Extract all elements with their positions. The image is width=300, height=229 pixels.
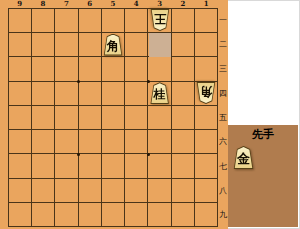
- board-cell[interactable]: [79, 179, 101, 202]
- board-cell[interactable]: [32, 179, 54, 202]
- board-cell[interactable]: [125, 179, 147, 202]
- piece-kanji: 金: [233, 146, 254, 169]
- piece-kanji: 桂: [150, 82, 170, 104]
- file-label: 3: [148, 0, 171, 8]
- board-cell[interactable]: [55, 57, 77, 80]
- board-cell[interactable]: [9, 33, 31, 56]
- board-cell[interactable]: [125, 106, 147, 129]
- board-cell[interactable]: [195, 154, 217, 177]
- board-cell[interactable]: [79, 9, 101, 32]
- file-labels: 987654321: [8, 0, 218, 8]
- board-cell[interactable]: [195, 57, 217, 80]
- board-cell[interactable]: [102, 82, 124, 105]
- board-cell[interactable]: [172, 179, 194, 202]
- board-cell[interactable]: [79, 154, 101, 177]
- board-cell[interactable]: [32, 130, 54, 153]
- rank-labels: 一二三四五六七八九: [218, 8, 228, 227]
- piece-kanji: 角: [196, 82, 216, 104]
- board-cell[interactable]: [172, 154, 194, 177]
- board-cell[interactable]: [79, 130, 101, 153]
- board-cell[interactable]: [9, 106, 31, 129]
- board-cell[interactable]: [148, 57, 170, 80]
- board-cell[interactable]: [195, 179, 217, 202]
- file-label: 7: [55, 0, 78, 8]
- file-label: 2: [171, 0, 194, 8]
- board-cell[interactable]: [102, 179, 124, 202]
- file-label: 4: [125, 0, 148, 8]
- board-cell[interactable]: [55, 9, 77, 32]
- hand-pieces: 金: [233, 146, 298, 170]
- star-point: [77, 153, 80, 156]
- board-cell[interactable]: [125, 154, 147, 177]
- board-cell[interactable]: [125, 57, 147, 80]
- board-cell[interactable]: [172, 106, 194, 129]
- rank-label: 四: [218, 81, 228, 105]
- board-cell[interactable]: [79, 82, 101, 105]
- board-cell[interactable]: [79, 33, 101, 56]
- board-cell[interactable]: [55, 203, 77, 226]
- file-label: 8: [31, 0, 54, 8]
- shogi-piece-bishop[interactable]: 角: [103, 34, 123, 56]
- rank-label: 六: [218, 130, 228, 154]
- board-cell[interactable]: [172, 33, 194, 56]
- board-cell[interactable]: [55, 130, 77, 153]
- board-cell[interactable]: [32, 82, 54, 105]
- rank-label: 三: [218, 57, 228, 81]
- board-cell[interactable]: [55, 33, 77, 56]
- board-cell[interactable]: [102, 57, 124, 80]
- hand-owner-label: 先手: [228, 125, 298, 142]
- board-cell[interactable]: [125, 130, 147, 153]
- board-cell[interactable]: [102, 106, 124, 129]
- board-cell[interactable]: [195, 203, 217, 226]
- board-cell[interactable]: [102, 203, 124, 226]
- board-cell[interactable]: [79, 57, 101, 80]
- board-cell[interactable]: [148, 203, 170, 226]
- shogi-piece-king[interactable]: 王: [150, 9, 170, 31]
- hand-piece-gold[interactable]: 金: [233, 146, 254, 169]
- piece-kanji: 王: [150, 9, 170, 31]
- rank-label: 二: [218, 32, 228, 56]
- highlight-square[interactable]: [149, 33, 171, 56]
- board-cell[interactable]: [125, 33, 147, 56]
- board-cell[interactable]: [102, 9, 124, 32]
- file-label: 6: [78, 0, 101, 8]
- shogi-piece-bishop[interactable]: 角: [196, 82, 216, 104]
- board-cell[interactable]: [32, 154, 54, 177]
- board-cell[interactable]: [148, 130, 170, 153]
- file-label: 9: [8, 0, 31, 8]
- board-cell[interactable]: [9, 130, 31, 153]
- board-cell[interactable]: [55, 106, 77, 129]
- board-cell[interactable]: [172, 130, 194, 153]
- board-cell[interactable]: [32, 9, 54, 32]
- board-cell[interactable]: [9, 179, 31, 202]
- board-cell[interactable]: [9, 9, 31, 32]
- shogi-diagram: 987654321 一二三四五六七八九 王角桂角 先手 金: [0, 0, 300, 229]
- rank-label: 一: [218, 8, 228, 32]
- board-cell[interactable]: [125, 203, 147, 226]
- board-cell[interactable]: [9, 82, 31, 105]
- board-cell[interactable]: [9, 154, 31, 177]
- rank-label: 七: [218, 154, 228, 178]
- board-cell[interactable]: [148, 106, 170, 129]
- board-cell[interactable]: [172, 9, 194, 32]
- rank-label: 五: [218, 105, 228, 129]
- board-cell[interactable]: [125, 82, 147, 105]
- board-cell[interactable]: [55, 82, 77, 105]
- shogi-piece-knight[interactable]: 桂: [150, 82, 170, 104]
- sente-hand-panel: 先手 金: [228, 125, 298, 227]
- board-cell[interactable]: [195, 9, 217, 32]
- board-cell[interactable]: [172, 82, 194, 105]
- board-cell[interactable]: [172, 57, 194, 80]
- board-cell[interactable]: [55, 154, 77, 177]
- file-label: 1: [195, 0, 218, 8]
- shogi-board: 987654321 一二三四五六七八九 王角桂角: [0, 0, 228, 229]
- board-cell[interactable]: [195, 106, 217, 129]
- board-cell[interactable]: [195, 130, 217, 153]
- board-cell[interactable]: [9, 57, 31, 80]
- board-cell[interactable]: [125, 9, 147, 32]
- board-cell[interactable]: [32, 33, 54, 56]
- board-cell[interactable]: [32, 57, 54, 80]
- board-cell[interactable]: [148, 179, 170, 202]
- board-cell[interactable]: [195, 33, 217, 56]
- board-cell[interactable]: [55, 179, 77, 202]
- board-cell[interactable]: [102, 130, 124, 153]
- board-cell[interactable]: [102, 154, 124, 177]
- file-label: 5: [101, 0, 124, 8]
- board-cell[interactable]: [32, 203, 54, 226]
- board-cell[interactable]: [9, 203, 31, 226]
- board-cell[interactable]: [172, 203, 194, 226]
- board-cell[interactable]: [79, 203, 101, 226]
- rank-label: 九: [218, 203, 228, 227]
- board-cell[interactable]: [79, 106, 101, 129]
- board-cell[interactable]: [148, 154, 170, 177]
- board-cell[interactable]: [32, 106, 54, 129]
- star-point: [77, 80, 80, 83]
- star-point: [147, 153, 150, 156]
- piece-kanji: 角: [103, 34, 123, 56]
- rank-label: 八: [218, 178, 228, 202]
